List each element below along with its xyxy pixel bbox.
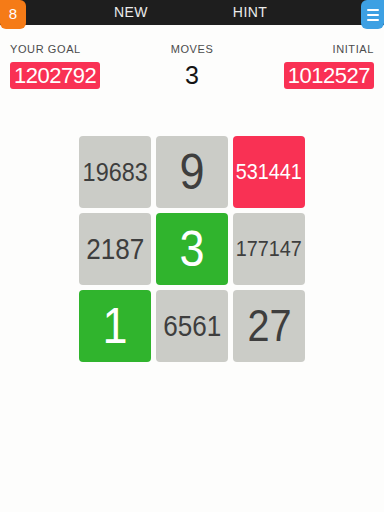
cell-value: 3	[179, 220, 204, 278]
moves-value: 3	[185, 62, 199, 89]
cell-value: 6561	[163, 310, 221, 343]
new-game-button[interactable]: NEW	[114, 0, 148, 25]
cell-value: 2187	[86, 233, 144, 266]
cell-r0c1[interactable]: 9	[156, 136, 228, 208]
cell-r2c2[interactable]: 27	[233, 290, 305, 362]
cell-r2c1[interactable]: 6561	[156, 290, 228, 362]
cell-value: 177147	[236, 236, 302, 262]
cell-value: 27	[247, 301, 291, 351]
cell-r0c0[interactable]: 19683	[79, 136, 151, 208]
hint-button[interactable]: HINT	[233, 0, 267, 25]
cell-r0c2[interactable]: 531441	[233, 136, 305, 208]
initial-label: INITIAL	[333, 43, 375, 55]
game-screen: 8 NEW HINT YOUR GOAL 1202792 MOVES 3 INI…	[0, 0, 384, 512]
initial-value: 1012527	[284, 62, 374, 89]
initial-stat: INITIAL 1012527	[284, 43, 374, 89]
cell-r1c2[interactable]: 177147	[233, 213, 305, 285]
cell-value: 9	[179, 143, 204, 201]
moves-label: MOVES	[171, 43, 214, 55]
level-badge[interactable]: 8	[0, 0, 26, 29]
cell-value: 19683	[82, 157, 147, 188]
cell-r1c1[interactable]: 3	[156, 213, 228, 285]
menu-button[interactable]	[361, 0, 384, 29]
top-toolbar: 8 NEW HINT	[0, 0, 384, 25]
goal-stat: YOUR GOAL 1202792	[10, 43, 100, 89]
goal-value: 1202792	[10, 62, 100, 89]
goal-label: YOUR GOAL	[10, 43, 81, 55]
cell-value: 531441	[236, 159, 302, 185]
hamburger-icon	[367, 9, 379, 21]
cell-value: 1	[102, 297, 127, 355]
cell-r1c0[interactable]: 2187	[79, 213, 151, 285]
puzzle-board: 19683 9 531441 2187 3 177147 1 6561 27	[79, 136, 305, 362]
stats-row: YOUR GOAL 1202792 MOVES 3 INITIAL 101252…	[0, 43, 384, 89]
moves-stat: MOVES 3	[171, 43, 214, 89]
cell-r2c0[interactable]: 1	[79, 290, 151, 362]
